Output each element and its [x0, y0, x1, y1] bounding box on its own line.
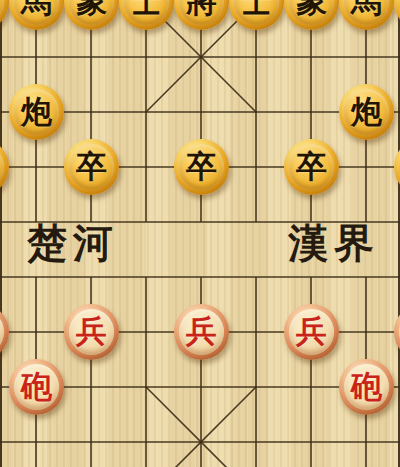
piece-red-soldier[interactable]: 兵 — [284, 304, 339, 359]
piece-glyph: 卒 — [296, 151, 327, 182]
piece-black-cannon[interactable]: 炮 — [9, 84, 64, 139]
piece-glyph: 砲 — [21, 371, 52, 402]
red-piece-disc: 砲 — [339, 359, 394, 415]
piece-black-advisor[interactable]: 士 — [119, 0, 174, 29]
piece-glyph: 士 — [241, 0, 272, 17]
piece-black-elephant[interactable]: 象 — [64, 0, 119, 29]
piece-glyph: 馬 — [21, 0, 52, 17]
piece-black-cannon[interactable]: 炮 — [339, 84, 394, 139]
piece-glyph: 兵 — [186, 316, 217, 347]
piece-red-cannon[interactable]: 砲 — [339, 359, 394, 414]
piece-red-soldier[interactable]: 兵 — [64, 304, 119, 359]
piece-black-horse[interactable]: 馬 — [9, 0, 64, 29]
piece-glyph: 炮 — [21, 96, 52, 127]
red-piece-disc: 兵 — [394, 304, 400, 360]
xiangqi-board: 楚河 漢界 車馬象士將士象馬車炮炮卒卒卒卒卒兵兵兵兵兵砲砲 — [0, 0, 400, 467]
piece-black-soldier[interactable]: 卒 — [0, 139, 9, 194]
black-piece-disc: 炮 — [9, 84, 64, 140]
piece-black-advisor[interactable]: 士 — [229, 0, 284, 29]
piece-black-soldier[interactable]: 卒 — [284, 139, 339, 194]
black-piece-disc: 象 — [284, 0, 339, 30]
black-piece-disc: 卒 — [174, 139, 229, 195]
piece-glyph: 馬 — [351, 0, 382, 17]
piece-glyph: 卒 — [186, 151, 217, 182]
red-piece-disc: 兵 — [284, 304, 339, 360]
piece-black-chariot[interactable]: 車 — [394, 0, 400, 29]
piece-red-soldier[interactable]: 兵 — [394, 304, 400, 359]
black-piece-disc: 卒 — [64, 139, 119, 195]
black-piece-disc: 炮 — [339, 84, 394, 140]
black-piece-disc: 卒 — [0, 139, 9, 195]
black-piece-disc: 車 — [394, 0, 400, 30]
piece-glyph: 兵 — [296, 316, 327, 347]
black-piece-disc: 車 — [0, 0, 9, 30]
piece-glyph: 卒 — [76, 151, 107, 182]
black-piece-disc: 士 — [119, 0, 174, 30]
piece-glyph: 兵 — [76, 316, 107, 347]
piece-glyph: 象 — [76, 0, 107, 17]
black-piece-disc: 士 — [229, 0, 284, 30]
piece-glyph: 士 — [131, 0, 162, 17]
black-piece-disc: 卒 — [284, 139, 339, 195]
piece-black-horse[interactable]: 馬 — [339, 0, 394, 29]
red-piece-disc: 兵 — [174, 304, 229, 360]
piece-glyph: 象 — [296, 0, 327, 17]
piece-black-general[interactable]: 將 — [174, 0, 229, 29]
black-piece-disc: 象 — [64, 0, 119, 30]
piece-black-elephant[interactable]: 象 — [284, 0, 339, 29]
piece-glyph: 炮 — [351, 96, 382, 127]
piece-black-chariot[interactable]: 車 — [0, 0, 9, 29]
red-piece-disc: 砲 — [9, 359, 64, 415]
black-piece-disc: 馬 — [9, 0, 64, 30]
piece-black-soldier[interactable]: 卒 — [64, 139, 119, 194]
black-piece-disc: 卒 — [394, 139, 400, 195]
piece-black-soldier[interactable]: 卒 — [394, 139, 400, 194]
piece-glyph: 將 — [186, 0, 217, 17]
black-piece-disc: 將 — [174, 0, 229, 30]
board-grid[interactable]: 車馬象士將士象馬車炮炮卒卒卒卒卒兵兵兵兵兵砲砲 — [0, 0, 400, 467]
black-piece-disc: 馬 — [339, 0, 394, 30]
piece-red-soldier[interactable]: 兵 — [174, 304, 229, 359]
red-piece-disc: 兵 — [0, 304, 9, 360]
red-piece-disc: 兵 — [64, 304, 119, 360]
piece-red-soldier[interactable]: 兵 — [0, 304, 9, 359]
piece-red-cannon[interactable]: 砲 — [9, 359, 64, 414]
piece-black-soldier[interactable]: 卒 — [174, 139, 229, 194]
piece-glyph: 砲 — [351, 371, 382, 402]
